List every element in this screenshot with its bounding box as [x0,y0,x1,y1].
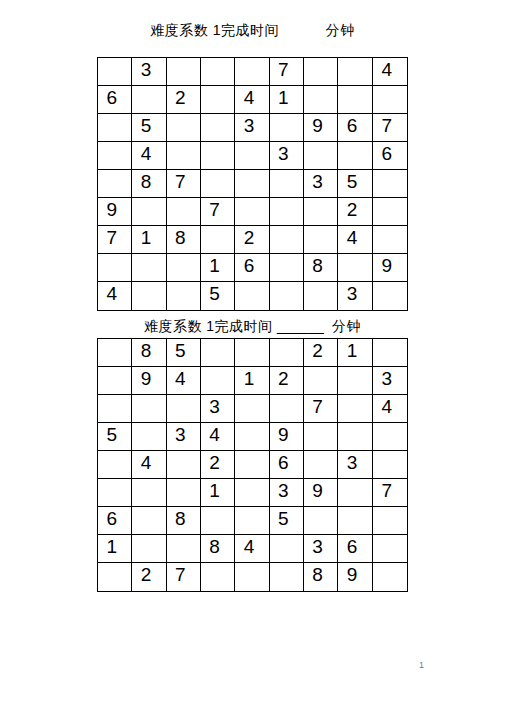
puzzle-1-cell-r1c2: 3 [132,58,166,86]
puzzle-2-cell-r4c1: 5 [98,423,132,451]
puzzle-1-cell-r4c1 [98,142,132,170]
puzzle-1-cell-r7c1: 7 [98,226,132,254]
puzzle-1-cell-r1c9: 4 [373,58,407,86]
puzzle-1-cell-r9c5 [235,282,269,310]
puzzle-2-cell-r5c3 [167,451,201,479]
puzzle-1-cell-r9c8: 3 [338,282,372,310]
puzzle-2-cell-r3c9: 4 [373,395,407,423]
puzzle-1-cell-r4c8 [338,142,372,170]
puzzle-1-cell-r5c9 [373,170,407,198]
puzzle-1-cell-r2c5: 4 [235,86,269,114]
puzzle-1-cell-r1c5 [235,58,269,86]
puzzle-2-cell-r7c1: 6 [98,507,132,535]
puzzle-1-cell-r2c4 [201,86,235,114]
puzzle-1-title: 难度系数 1完成时间 分钟 [0,21,505,39]
puzzle-1-cell-r9c1: 4 [98,282,132,310]
puzzle-2-cell-r2c2: 9 [132,367,166,395]
puzzle-1-title-text: 难度系数 1完成时间 [150,22,279,38]
puzzle-2-cell-r2c6: 2 [270,367,304,395]
puzzle-1-cell-r8c5: 6 [235,254,269,282]
puzzle-1-cell-r8c1 [98,254,132,282]
puzzle-1-cell-r1c8 [338,58,372,86]
puzzle-2-title-text: 难度系数 1完成时间 [144,318,273,334]
puzzle-1-cell-r5c6 [270,170,304,198]
puzzle-2-cell-r8c6 [270,535,304,563]
puzzle-2-cell-r6c2 [132,479,166,507]
puzzle-2-cell-r7c7 [304,507,338,535]
puzzle-2-cell-r1c3: 5 [167,339,201,367]
puzzle-1-cell-r7c2: 1 [132,226,166,254]
puzzle-2-cell-r1c8: 1 [338,339,372,367]
puzzle-2-cell-r6c1 [98,479,132,507]
puzzle-2-cell-r5c5 [235,451,269,479]
puzzle-1-cell-r4c7 [304,142,338,170]
puzzle-2-cell-r4c6: 9 [270,423,304,451]
puzzle-1-cell-r7c3: 8 [167,226,201,254]
puzzle-2-cell-r6c4: 1 [201,479,235,507]
puzzle-1-cell-r6c5 [235,198,269,226]
puzzle-1-cell-r7c8: 4 [338,226,372,254]
puzzle-2-cell-r8c7: 3 [304,535,338,563]
puzzle-1-cell-r7c7 [304,226,338,254]
puzzle-2-cell-r3c5 [235,395,269,423]
puzzle-1-cell-r9c6 [270,282,304,310]
puzzle-2-cell-r2c1 [98,367,132,395]
puzzle-1-cell-r4c2: 4 [132,142,166,170]
puzzle-1-cell-r6c3 [167,198,201,226]
puzzle-2-cell-r3c2 [132,395,166,423]
puzzle-1-cell-r8c6 [270,254,304,282]
puzzle-1-cell-r9c9 [373,282,407,310]
puzzle-1-cell-r7c9 [373,226,407,254]
puzzle-1-cell-r3c9: 7 [373,114,407,142]
puzzle-1-cell-r5c8: 5 [338,170,372,198]
puzzle-2-cell-r2c3: 4 [167,367,201,395]
puzzle-2-cell-r2c4 [201,367,235,395]
puzzle-2-cell-r8c1: 1 [98,535,132,563]
puzzle-1-cell-r3c6 [270,114,304,142]
puzzle-2-cell-r7c6: 5 [270,507,304,535]
puzzle-2-cell-r8c3 [167,535,201,563]
puzzle-1-cell-r2c9 [373,86,407,114]
puzzle-2-cell-r7c3: 8 [167,507,201,535]
puzzle-1-cell-r9c4: 5 [201,282,235,310]
puzzle-2-cell-r9c4 [201,563,235,591]
puzzle-2-cell-r6c8 [338,479,372,507]
puzzle-2-cell-r7c4 [201,507,235,535]
puzzle-2-cell-r5c2: 4 [132,451,166,479]
puzzle-2-completion-time-blank: ______ [277,317,324,335]
puzzle-1-cell-r7c5: 2 [235,226,269,254]
page-number: 1 [419,660,424,670]
puzzle-2-cell-r1c1 [98,339,132,367]
puzzle-2-cell-r7c2 [132,507,166,535]
puzzle-1-cell-r8c7: 8 [304,254,338,282]
puzzle-2-cell-r7c9 [373,507,407,535]
puzzle-1-cell-r3c1 [98,114,132,142]
puzzle-2-cell-r3c4: 3 [201,395,235,423]
puzzle-2-cell-r5c7 [304,451,338,479]
puzzle-2-cell-r6c7: 9 [304,479,338,507]
puzzle-1-cell-r4c4 [201,142,235,170]
puzzle-1-cell-r8c2 [132,254,166,282]
puzzle-1-cell-r1c1 [98,58,132,86]
puzzle-1-cell-r4c6: 3 [270,142,304,170]
puzzle-1-cell-r1c7 [304,58,338,86]
puzzle-1-cell-r5c2: 8 [132,170,166,198]
puzzle-2-cell-r2c8 [338,367,372,395]
puzzle-2-cell-r1c4 [201,339,235,367]
puzzle-1-cell-r1c6: 7 [270,58,304,86]
puzzle-1-cell-r7c4 [201,226,235,254]
puzzle-2-cell-r4c5 [235,423,269,451]
puzzle-2-cell-r1c7: 2 [304,339,338,367]
puzzle-2-cell-r2c5: 1 [235,367,269,395]
puzzle-2-cell-r7c8 [338,507,372,535]
sudoku-grid-2: 852194123374534942631397685184362789 [97,338,408,592]
puzzle-2-cell-r5c9 [373,451,407,479]
puzzle-2-cell-r8c4: 8 [201,535,235,563]
puzzle-1-cell-r2c6: 1 [270,86,304,114]
puzzle-1-cell-r3c2: 5 [132,114,166,142]
puzzle-1-cell-r3c8: 6 [338,114,372,142]
puzzle-2-cell-r1c6 [270,339,304,367]
puzzle-2-cell-r3c7: 7 [304,395,338,423]
puzzle-1-cell-r1c3 [167,58,201,86]
puzzle-1-cell-r5c7: 3 [304,170,338,198]
puzzle-1-cell-r8c9: 9 [373,254,407,282]
puzzle-2-cell-r2c9: 3 [373,367,407,395]
puzzle-1-title-suffix: 分钟 [326,22,355,38]
puzzle-1-cell-r9c3 [167,282,201,310]
puzzle-1-cell-r4c3 [167,142,201,170]
puzzle-2-cell-r9c9 [373,563,407,591]
puzzle-1-cell-r6c6 [270,198,304,226]
puzzle-1-cell-r2c7 [304,86,338,114]
puzzle-2-cell-r8c8: 6 [338,535,372,563]
puzzle-1-cell-r7c6 [270,226,304,254]
puzzle-1-cell-r6c9 [373,198,407,226]
puzzle-2-cell-r8c9 [373,535,407,563]
puzzle-2-title-suffix: 分钟 [332,318,361,334]
puzzle-2-cell-r5c1 [98,451,132,479]
puzzle-2-cell-r9c1 [98,563,132,591]
puzzle-1-cell-r9c2 [132,282,166,310]
puzzle-2-cell-r8c5: 4 [235,535,269,563]
puzzle-2-cell-r4c7 [304,423,338,451]
puzzle-2-cell-r1c2: 8 [132,339,166,367]
puzzle-1-cell-r3c4 [201,114,235,142]
puzzle-1-cell-r3c5: 3 [235,114,269,142]
puzzle-2-cell-r4c8 [338,423,372,451]
puzzle-2-cell-r1c9 [373,339,407,367]
puzzle-2-cell-r5c8: 3 [338,451,372,479]
puzzle-1-cell-r9c7 [304,282,338,310]
puzzle-1-cell-r6c1: 9 [98,198,132,226]
puzzle-1-cell-r5c1 [98,170,132,198]
puzzle-1-cell-r6c2 [132,198,166,226]
puzzle-2-cell-r1c5 [235,339,269,367]
puzzle-1-cell-r3c7: 9 [304,114,338,142]
puzzle-2-cell-r3c6 [270,395,304,423]
puzzle-2-cell-r5c6: 6 [270,451,304,479]
puzzle-2-cell-r9c2: 2 [132,563,166,591]
puzzle-2-cell-r2c7 [304,367,338,395]
puzzle-1-cell-r4c9: 6 [373,142,407,170]
puzzle-1-cell-r4c5 [235,142,269,170]
puzzle-1-cell-r5c5 [235,170,269,198]
puzzle-2-cell-r8c2 [132,535,166,563]
puzzle-2-cell-r3c1 [98,395,132,423]
puzzle-1-cell-r3c3 [167,114,201,142]
puzzle-2-cell-r4c4: 4 [201,423,235,451]
puzzle-2-cell-r6c5 [235,479,269,507]
puzzle-2-cell-r9c7: 8 [304,563,338,591]
puzzle-2-cell-r9c3: 7 [167,563,201,591]
puzzle-2-cell-r6c6: 3 [270,479,304,507]
puzzle-2-cell-r5c4: 2 [201,451,235,479]
puzzle-2-cell-r9c6 [270,563,304,591]
puzzle-1-cell-r2c1: 6 [98,86,132,114]
sudoku-grid-1: 3746241539674368735972718241689453 [97,57,408,311]
puzzle-1-cell-r5c4 [201,170,235,198]
puzzle-2-cell-r3c8 [338,395,372,423]
puzzle-1-cell-r6c7 [304,198,338,226]
puzzle-1-cell-r8c3 [167,254,201,282]
puzzle-2-cell-r9c8: 9 [338,563,372,591]
puzzle-2-cell-r4c9 [373,423,407,451]
puzzle-2-cell-r4c2 [132,423,166,451]
puzzle-2-cell-r9c5 [235,563,269,591]
sudoku-worksheet-page: 难度系数 1完成时间 分钟 37462415396743687359727182… [0,0,505,714]
puzzle-2-cell-r6c3 [167,479,201,507]
puzzle-2-cell-r7c5 [235,507,269,535]
puzzle-1-cell-r5c3: 7 [167,170,201,198]
puzzle-1-cell-r6c8: 2 [338,198,372,226]
puzzle-1-cell-r2c8 [338,86,372,114]
puzzle-1-cell-r6c4: 7 [201,198,235,226]
puzzle-2-title: 难度系数 1完成时间 ______ 分钟 [0,317,505,335]
puzzle-1-cell-r1c4 [201,58,235,86]
puzzle-1-cell-r8c4: 1 [201,254,235,282]
puzzle-1-cell-r2c3: 2 [167,86,201,114]
puzzle-2-cell-r4c3: 3 [167,423,201,451]
puzzle-2-cell-r3c3 [167,395,201,423]
puzzle-2-cell-r6c9: 7 [373,479,407,507]
puzzle-1-cell-r2c2 [132,86,166,114]
puzzle-1-cell-r8c8 [338,254,372,282]
